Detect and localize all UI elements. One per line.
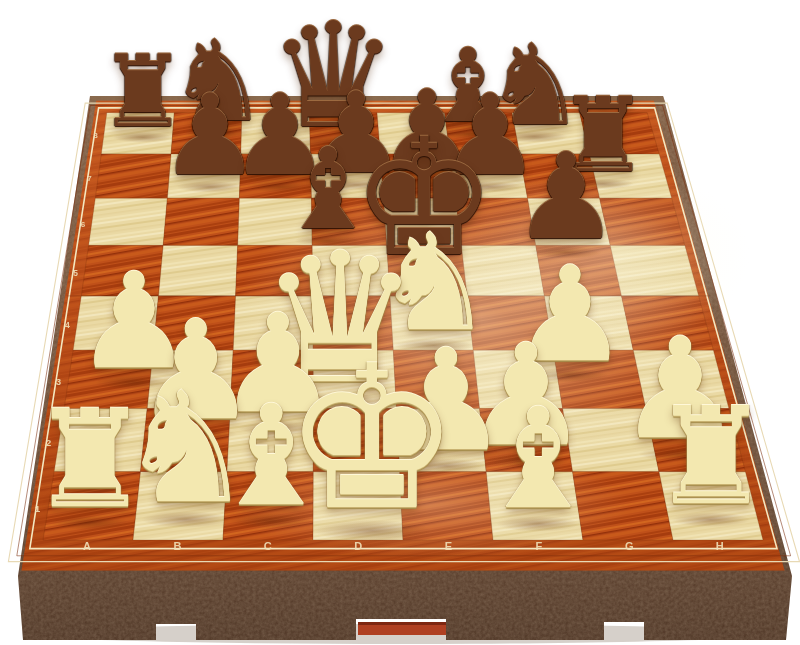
- piece-white-rook-h1[interactable]: ♜: [651, 390, 771, 524]
- file-label-b: B: [173, 540, 181, 552]
- piece-white-king-d1[interactable]: ♚: [283, 340, 461, 538]
- file-label-g: G: [625, 540, 634, 552]
- file-label-h: H: [716, 540, 724, 552]
- chess-set-photo: ABCDEFGH12345678 ♞♝♞♜♛♟♜♟♟♟♟♝♟♚♞♟♟♛♟♟♟♟♟…: [0, 0, 800, 645]
- file-label-a: A: [83, 540, 91, 552]
- file-label-f: F: [536, 540, 543, 552]
- square-b6[interactable]: [163, 198, 239, 245]
- rank-label-8: 8: [93, 131, 97, 140]
- rank-label-4: 4: [65, 320, 70, 330]
- rank-label-7: 7: [87, 174, 92, 183]
- rank-label-6: 6: [81, 220, 86, 229]
- file-label-c: C: [264, 540, 272, 552]
- square-a6[interactable]: [89, 198, 168, 245]
- piece-white-bishop-f1[interactable]: ♝: [476, 390, 601, 529]
- piece-white-rook-a1[interactable]: ♜: [29, 392, 150, 527]
